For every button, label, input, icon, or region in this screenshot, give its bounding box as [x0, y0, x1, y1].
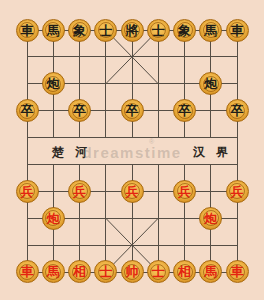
- board-point-3-2: 卒: [66, 97, 92, 124]
- board-point-7-5: [145, 205, 171, 232]
- board-point-2-0: [14, 70, 40, 97]
- piece-red-advisor[interactable]: 士: [147, 260, 170, 283]
- board-point-9-8: 車: [224, 258, 250, 285]
- piece-black-advisor[interactable]: 士: [94, 19, 117, 42]
- board-point-9-3: 士: [93, 258, 119, 285]
- piece-red-chariot[interactable]: 車: [226, 260, 249, 283]
- piece-black-advisor[interactable]: 士: [147, 19, 170, 42]
- piece-black-soldier[interactable]: 卒: [173, 99, 196, 122]
- board-point-5-8: [224, 151, 250, 178]
- board-point-8-2: [66, 232, 92, 259]
- board-point-3-4: 卒: [119, 97, 145, 124]
- piece-glyph: 兵: [73, 185, 86, 198]
- board-point-3-0: 卒: [14, 97, 40, 124]
- board-point-0-7: 馬: [198, 17, 224, 44]
- piece-black-elephant[interactable]: 象: [173, 19, 196, 42]
- piece-glyph: 將: [126, 24, 139, 37]
- piece-black-soldier[interactable]: 卒: [226, 99, 249, 122]
- board-point-1-4: [119, 43, 145, 70]
- board-point-1-2: [66, 43, 92, 70]
- piece-glyph: 士: [99, 265, 112, 278]
- board-point-3-7: [198, 97, 224, 124]
- piece-glyph: 炮: [47, 77, 60, 90]
- board-point-0-2: 象: [66, 17, 92, 44]
- board-point-5-6: [171, 151, 197, 178]
- piece-red-cannon[interactable]: 炮: [199, 207, 222, 230]
- board-point-6-1: [40, 178, 66, 205]
- piece-glyph: 兵: [178, 185, 191, 198]
- board-point-6-8: 兵: [224, 178, 250, 205]
- board-point-3-3: [93, 97, 119, 124]
- board-point-5-4: [119, 151, 145, 178]
- piece-red-elephant[interactable]: 相: [68, 260, 91, 283]
- board-point-2-2: [66, 70, 92, 97]
- piece-black-cannon[interactable]: 炮: [42, 72, 65, 95]
- board-point-4-7: [198, 124, 224, 151]
- board-point-7-2: [66, 205, 92, 232]
- board-point-1-0: [14, 43, 40, 70]
- piece-glyph: 馬: [47, 24, 60, 37]
- piece-red-soldier[interactable]: 兵: [226, 180, 249, 203]
- piece-glyph: 卒: [178, 104, 191, 117]
- board-point-4-5: [145, 124, 171, 151]
- piece-glyph: 士: [99, 24, 112, 37]
- piece-black-soldier[interactable]: 卒: [16, 99, 39, 122]
- piece-red-soldier[interactable]: 兵: [173, 180, 196, 203]
- board-point-8-0: [14, 232, 40, 259]
- xiangqi-board: 楚河 汉界 ® dreamstime 車馬象士將士象馬車炮炮卒卒卒卒卒兵兵兵兵兵…: [0, 0, 264, 300]
- board-point-4-1: [40, 124, 66, 151]
- board-point-3-8: 卒: [224, 97, 250, 124]
- board-point-9-6: 相: [171, 258, 197, 285]
- piece-glyph: 馬: [204, 24, 217, 37]
- piece-black-general[interactable]: 將: [121, 19, 144, 42]
- board-point-0-1: 馬: [40, 17, 66, 44]
- board-point-9-1: 馬: [40, 258, 66, 285]
- board-point-9-4: 帅: [119, 258, 145, 285]
- board-point-4-2: [66, 124, 92, 151]
- board-point-6-6: 兵: [171, 178, 197, 205]
- board-point-1-6: [171, 43, 197, 70]
- piece-black-cannon[interactable]: 炮: [199, 72, 222, 95]
- board-point-0-6: 象: [171, 17, 197, 44]
- board-point-0-8: 車: [224, 17, 250, 44]
- piece-red-horse[interactable]: 馬: [42, 260, 65, 283]
- board-point-5-1: [40, 151, 66, 178]
- board-point-0-3: 士: [93, 17, 119, 44]
- board-point-5-2: [66, 151, 92, 178]
- piece-glyph: 帅: [126, 265, 139, 278]
- piece-glyph: 象: [73, 24, 86, 37]
- board-point-5-0: [14, 151, 40, 178]
- board-point-4-3: [93, 124, 119, 151]
- piece-glyph: 兵: [231, 185, 244, 198]
- piece-black-soldier[interactable]: 卒: [121, 99, 144, 122]
- board-point-1-7: [198, 43, 224, 70]
- board-point-7-4: [119, 205, 145, 232]
- board-point-8-4: [119, 232, 145, 259]
- board-point-8-6: [171, 232, 197, 259]
- board-point-4-4: [119, 124, 145, 151]
- piece-black-elephant[interactable]: 象: [68, 19, 91, 42]
- piece-red-chariot[interactable]: 車: [16, 260, 39, 283]
- board-point-7-7: 炮: [198, 205, 224, 232]
- board-point-3-5: [145, 97, 171, 124]
- piece-black-horse[interactable]: 馬: [42, 19, 65, 42]
- piece-red-cannon[interactable]: 炮: [42, 207, 65, 230]
- board-point-5-7: [198, 151, 224, 178]
- board-point-0-0: 車: [14, 17, 40, 44]
- piece-glyph: 馬: [204, 265, 217, 278]
- piece-glyph: 卒: [21, 104, 34, 117]
- board-point-6-2: 兵: [66, 178, 92, 205]
- board-point-7-1: 炮: [40, 205, 66, 232]
- piece-red-general[interactable]: 帅: [121, 260, 144, 283]
- board-point-3-1: [40, 97, 66, 124]
- board-point-8-8: [224, 232, 250, 259]
- board-point-8-1: [40, 232, 66, 259]
- piece-red-soldier[interactable]: 兵: [16, 180, 39, 203]
- board-point-1-1: [40, 43, 66, 70]
- piece-black-horse[interactable]: 馬: [199, 19, 222, 42]
- piece-glyph: 卒: [73, 104, 86, 117]
- piece-glyph: 相: [178, 265, 191, 278]
- piece-red-advisor[interactable]: 士: [94, 260, 117, 283]
- board-point-8-5: [145, 232, 171, 259]
- board-point-9-5: 士: [145, 258, 171, 285]
- board-point-6-3: [93, 178, 119, 205]
- board-point-1-5: [145, 43, 171, 70]
- piece-glyph: 車: [21, 24, 34, 37]
- piece-glyph: 士: [152, 265, 165, 278]
- piece-glyph: 象: [178, 24, 191, 37]
- board-point-7-6: [171, 205, 197, 232]
- board-point-4-6: [171, 124, 197, 151]
- board-point-7-0: [14, 205, 40, 232]
- board-point-6-0: 兵: [14, 178, 40, 205]
- board-point-2-6: [171, 70, 197, 97]
- piece-red-soldier[interactable]: 兵: [121, 180, 144, 203]
- board-point-5-5: [145, 151, 171, 178]
- board-point-2-8: [224, 70, 250, 97]
- board-point-8-7: [198, 232, 224, 259]
- piece-black-soldier[interactable]: 卒: [68, 99, 91, 122]
- board-point-7-3: [93, 205, 119, 232]
- piece-glyph: 車: [21, 265, 34, 278]
- board-point-2-7: 炮: [198, 70, 224, 97]
- board-point-1-8: [224, 43, 250, 70]
- board-point-4-8: [224, 124, 250, 151]
- board-point-5-3: [93, 151, 119, 178]
- piece-glyph: 炮: [204, 212, 217, 225]
- board-point-2-5: [145, 70, 171, 97]
- piece-glyph: 兵: [21, 185, 34, 198]
- board-point-0-4: 將: [119, 17, 145, 44]
- board-point-6-4: 兵: [119, 178, 145, 205]
- piece-glyph: 卒: [126, 104, 139, 117]
- piece-black-chariot[interactable]: 車: [16, 19, 39, 42]
- board-point-0-5: 士: [145, 17, 171, 44]
- piece-glyph: 相: [73, 265, 86, 278]
- piece-glyph: 車: [231, 24, 244, 37]
- board-point-4-0: [14, 124, 40, 151]
- piece-glyph: 兵: [126, 185, 139, 198]
- board-point-9-0: 車: [14, 258, 40, 285]
- board-point-2-4: [119, 70, 145, 97]
- piece-glyph: 士: [152, 24, 165, 37]
- board-point-9-7: 馬: [198, 258, 224, 285]
- board-point-6-7: [198, 178, 224, 205]
- piece-glyph: 車: [231, 265, 244, 278]
- piece-red-soldier[interactable]: 兵: [68, 180, 91, 203]
- board-point-7-8: [224, 205, 250, 232]
- piece-glyph: 卒: [231, 104, 244, 117]
- board-point-2-3: [93, 70, 119, 97]
- board-point-9-2: 相: [66, 258, 92, 285]
- board-point-2-1: 炮: [40, 70, 66, 97]
- board-point-6-5: [145, 178, 171, 205]
- piece-red-horse[interactable]: 馬: [199, 260, 222, 283]
- board-point-8-3: [93, 232, 119, 259]
- board-point-3-6: 卒: [171, 97, 197, 124]
- piece-glyph: 馬: [47, 265, 60, 278]
- piece-glyph: 炮: [47, 212, 60, 225]
- board-grid: 車馬象士將士象馬車炮炮卒卒卒卒卒兵兵兵兵兵炮炮車馬相士帅士相馬車: [14, 17, 250, 286]
- piece-glyph: 炮: [204, 77, 217, 90]
- piece-red-elephant[interactable]: 相: [173, 260, 196, 283]
- piece-black-chariot[interactable]: 車: [226, 19, 249, 42]
- board-point-1-3: [93, 43, 119, 70]
